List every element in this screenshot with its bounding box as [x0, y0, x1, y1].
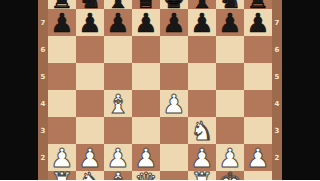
square-f4: [188, 90, 216, 117]
rank-label-5: 5: [38, 63, 48, 90]
square-c5: [104, 63, 132, 90]
white-pawn: ♟: [162, 91, 185, 117]
square-d3: [132, 117, 160, 144]
square-c4: ♝: [104, 90, 132, 117]
rank-label-3: 3: [38, 117, 48, 144]
rank-label-8: 8: [38, 0, 48, 9]
square-d6: [132, 36, 160, 63]
rank-label-8: 8: [272, 0, 282, 9]
square-a3: [48, 117, 76, 144]
square-b3: [76, 117, 104, 144]
board-squares: ♜♞♝♛♚♝♞♜♟♟♟♟♟♟♟♟♝♟♞♟♟♟♟♟♟♟♜♞♝♛♜♚: [48, 0, 272, 180]
square-c1: ♝: [104, 171, 132, 180]
square-f5: [188, 63, 216, 90]
black-rook: ♜: [246, 0, 269, 12]
rank-labels-left: 87654321: [38, 0, 48, 180]
square-g8: ♞: [216, 0, 244, 9]
square-a6: [48, 36, 76, 63]
black-rook: ♜: [50, 0, 73, 12]
square-e1: [160, 171, 188, 180]
rank-label-7: 7: [272, 9, 282, 36]
white-knight: ♞: [78, 169, 101, 181]
black-king: ♚: [162, 0, 185, 12]
square-h4: [244, 90, 272, 117]
square-d4: [132, 90, 160, 117]
rank-label-6: 6: [272, 36, 282, 63]
rank-labels-right: 87654321: [272, 0, 282, 180]
square-b4: [76, 90, 104, 117]
square-a4: [48, 90, 76, 117]
square-a5: [48, 63, 76, 90]
white-pawn: ♟: [246, 145, 269, 171]
square-g3: [216, 117, 244, 144]
square-a8: ♜: [48, 0, 76, 9]
rank-label-5: 5: [272, 63, 282, 90]
rank-label-6: 6: [38, 36, 48, 63]
square-a1: ♜: [48, 171, 76, 180]
square-b6: [76, 36, 104, 63]
square-e2: [160, 144, 188, 171]
square-g6: [216, 36, 244, 63]
square-e6: [160, 36, 188, 63]
square-d8: ♛: [132, 0, 160, 9]
white-bishop: ♝: [106, 91, 129, 117]
square-h1: [244, 171, 272, 180]
square-d5: [132, 63, 160, 90]
square-e3: [160, 117, 188, 144]
white-rook: ♜: [190, 169, 213, 181]
square-g5: [216, 63, 244, 90]
square-c6: [104, 36, 132, 63]
square-f1: ♜: [188, 171, 216, 180]
square-e4: ♟: [160, 90, 188, 117]
black-bishop: ♝: [106, 0, 129, 12]
white-king: ♚: [218, 169, 241, 181]
white-queen: ♛: [134, 169, 157, 181]
black-bishop: ♝: [190, 0, 213, 12]
square-h3: [244, 117, 272, 144]
rank-label-3: 3: [272, 117, 282, 144]
rank-label-1: 1: [38, 171, 48, 180]
video-frame: 87654321 ♜♞♝♛♚♝♞♜♟♟♟♟♟♟♟♟♝♟♞♟♟♟♟♟♟♟♜♞♝♛♜…: [0, 0, 320, 180]
black-queen: ♛: [134, 0, 157, 12]
black-knight: ♞: [218, 0, 241, 12]
square-e5: [160, 63, 188, 90]
black-knight: ♞: [78, 0, 101, 12]
square-h2: ♟: [244, 144, 272, 171]
square-c3: [104, 117, 132, 144]
rank-label-7: 7: [38, 9, 48, 36]
white-bishop: ♝: [106, 169, 129, 181]
rank-label-2: 2: [38, 144, 48, 171]
chess-board: 87654321 ♜♞♝♛♚♝♞♜♟♟♟♟♟♟♟♟♝♟♞♟♟♟♟♟♟♟♜♞♝♛♜…: [38, 0, 282, 180]
square-f6: [188, 36, 216, 63]
square-b5: [76, 63, 104, 90]
square-g1: ♚: [216, 171, 244, 180]
square-c8: ♝: [104, 0, 132, 9]
square-e8: ♚: [160, 0, 188, 9]
square-b1: ♞: [76, 171, 104, 180]
square-f8: ♝: [188, 0, 216, 9]
square-h6: [244, 36, 272, 63]
square-h8: ♜: [244, 0, 272, 9]
rank-label-1: 1: [272, 171, 282, 180]
rank-label-4: 4: [38, 90, 48, 117]
square-h5: [244, 63, 272, 90]
white-knight: ♞: [190, 118, 213, 144]
square-b8: ♞: [76, 0, 104, 9]
square-d1: ♛: [132, 171, 160, 180]
rank-label-2: 2: [272, 144, 282, 171]
white-rook: ♜: [50, 169, 73, 181]
square-g4: [216, 90, 244, 117]
square-f3: ♞: [188, 117, 216, 144]
rank-label-4: 4: [272, 90, 282, 117]
